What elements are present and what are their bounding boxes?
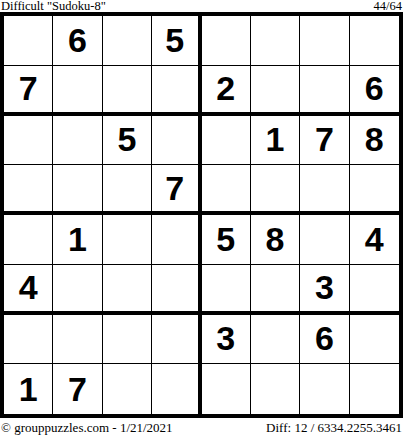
- cell-r3c5[interactable]: [202, 116, 251, 166]
- cell-r1c1[interactable]: [4, 16, 53, 66]
- cell-r7c4[interactable]: [152, 315, 201, 365]
- cell-r1c7[interactable]: [300, 16, 349, 66]
- cell-r4c1[interactable]: [4, 165, 53, 215]
- cell-r6c1[interactable]: 4: [4, 265, 53, 315]
- given-digit: 4: [19, 268, 38, 307]
- given-digit: 1: [19, 370, 38, 409]
- cell-r2c7[interactable]: [300, 66, 349, 116]
- cell-r4c6[interactable]: [251, 165, 300, 215]
- given-digit: 3: [216, 319, 235, 358]
- given-digit: 1: [266, 120, 285, 159]
- given-digit: 6: [68, 21, 87, 60]
- puzzle-progress: 44/64: [374, 0, 402, 12]
- given-digit: 4: [365, 220, 384, 259]
- cell-r7c5[interactable]: 3: [202, 315, 251, 365]
- cell-r1c8[interactable]: [350, 16, 399, 66]
- given-digit: 6: [365, 69, 384, 108]
- cell-r4c8[interactable]: [350, 165, 399, 215]
- given-digit: 5: [216, 220, 235, 259]
- cell-r5c1[interactable]: [4, 215, 53, 265]
- cell-r5c4[interactable]: [152, 215, 201, 265]
- cell-r1c4[interactable]: 5: [152, 16, 201, 66]
- cell-r3c2[interactable]: [53, 116, 102, 166]
- cell-r5c8[interactable]: 4: [350, 215, 399, 265]
- cell-r7c6[interactable]: [251, 315, 300, 365]
- cell-r2c2[interactable]: [53, 66, 102, 116]
- given-digit: 6: [315, 319, 334, 358]
- cell-r8c8[interactable]: [350, 364, 399, 414]
- cell-r8c3[interactable]: [103, 364, 152, 414]
- cell-r6c8[interactable]: [350, 265, 399, 315]
- cell-r6c5[interactable]: [202, 265, 251, 315]
- cell-r6c4[interactable]: [152, 265, 201, 315]
- sudoku-board: 65726517871584433617: [0, 12, 403, 418]
- cell-r1c6[interactable]: [251, 16, 300, 66]
- cell-r2c6[interactable]: [251, 66, 300, 116]
- cell-r4c7[interactable]: [300, 165, 349, 215]
- sudoku-page: Difficult "Sudoku-8" 44/64 6572651787158…: [0, 0, 403, 437]
- cell-r7c3[interactable]: [103, 315, 152, 365]
- cell-r4c5[interactable]: [202, 165, 251, 215]
- cell-r2c1[interactable]: 7: [4, 66, 53, 116]
- cell-r6c6[interactable]: [251, 265, 300, 315]
- given-digit: 7: [315, 120, 334, 159]
- cell-r8c4[interactable]: [152, 364, 201, 414]
- cell-r4c2[interactable]: [53, 165, 102, 215]
- cell-r7c8[interactable]: [350, 315, 399, 365]
- cell-r3c3[interactable]: 5: [103, 116, 152, 166]
- puzzle-footer: © grouppuzzles.com - 1/21/2021 Diff: 12 …: [0, 420, 403, 435]
- cell-r5c6[interactable]: 8: [251, 215, 300, 265]
- copyright-text: © grouppuzzles.com - 1/21/2021: [1, 421, 173, 435]
- given-digit: 5: [165, 21, 184, 60]
- cell-r2c3[interactable]: [103, 66, 152, 116]
- cell-r8c7[interactable]: [300, 364, 349, 414]
- cell-r2c5[interactable]: 2: [202, 66, 251, 116]
- cell-r3c1[interactable]: [4, 116, 53, 166]
- cell-r5c2[interactable]: 1: [53, 215, 102, 265]
- given-digit: 7: [68, 370, 87, 409]
- cell-r1c3[interactable]: [103, 16, 152, 66]
- difficulty-text: Diff: 12 / 6334.2255.3461: [266, 421, 402, 435]
- cell-r1c5[interactable]: [202, 16, 251, 66]
- cell-r5c7[interactable]: [300, 215, 349, 265]
- given-digit: 8: [365, 120, 384, 159]
- cell-r8c1[interactable]: 1: [4, 364, 53, 414]
- cell-r7c2[interactable]: [53, 315, 102, 365]
- cell-r6c3[interactable]: [103, 265, 152, 315]
- given-digit: 2: [216, 69, 235, 108]
- cell-r3c8[interactable]: 8: [350, 116, 399, 166]
- given-digit: 7: [19, 69, 38, 108]
- cell-r4c3[interactable]: [103, 165, 152, 215]
- cell-r8c5[interactable]: [202, 364, 251, 414]
- cell-r2c8[interactable]: 6: [350, 66, 399, 116]
- given-digit: 1: [68, 220, 87, 259]
- cell-r3c4[interactable]: [152, 116, 201, 166]
- given-digit: 8: [266, 220, 285, 259]
- cell-r2c4[interactable]: [152, 66, 201, 116]
- cell-r3c7[interactable]: 7: [300, 116, 349, 166]
- cell-r8c6[interactable]: [251, 364, 300, 414]
- given-digit: 3: [315, 268, 334, 307]
- cell-r7c7[interactable]: 6: [300, 315, 349, 365]
- cell-r6c2[interactable]: [53, 265, 102, 315]
- cell-r6c7[interactable]: 3: [300, 265, 349, 315]
- given-digit: 7: [165, 169, 184, 208]
- cell-r4c4[interactable]: 7: [152, 165, 201, 215]
- puzzle-header: Difficult "Sudoku-8" 44/64: [0, 0, 403, 12]
- puzzle-title: Difficult "Sudoku-8": [1, 0, 106, 12]
- given-digit: 5: [117, 120, 136, 159]
- cell-r3c6[interactable]: 1: [251, 116, 300, 166]
- cell-r1c2[interactable]: 6: [53, 16, 102, 66]
- cell-r5c3[interactable]: [103, 215, 152, 265]
- cell-r5c5[interactable]: 5: [202, 215, 251, 265]
- cell-r8c2[interactable]: 7: [53, 364, 102, 414]
- cell-r7c1[interactable]: [4, 315, 53, 365]
